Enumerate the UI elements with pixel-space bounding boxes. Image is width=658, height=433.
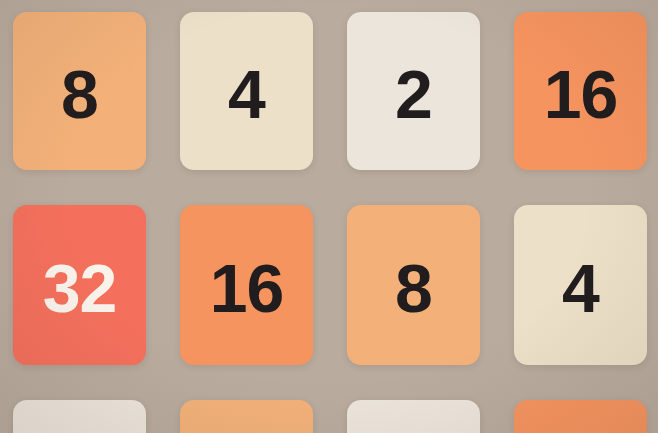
tile-r1c4: 16 bbox=[514, 12, 647, 170]
game-screen: 8 4 2 16 32 16 8 4 bbox=[0, 0, 658, 433]
tile-value: 4 bbox=[228, 60, 265, 128]
tile-r2c1: 32 bbox=[13, 205, 146, 365]
tile-value: 16 bbox=[210, 254, 284, 322]
2048-board[interactable]: 8 4 2 16 32 16 8 4 bbox=[13, 12, 647, 433]
tile-value: 32 bbox=[43, 254, 117, 322]
tile-value: 2 bbox=[395, 60, 432, 128]
tile-r3c4 bbox=[514, 400, 647, 433]
tile-r1c3: 2 bbox=[347, 12, 480, 170]
tile-r2c2: 16 bbox=[180, 205, 313, 365]
tile-r3c2 bbox=[180, 400, 313, 433]
tile-r1c1: 8 bbox=[13, 12, 146, 170]
tile-r3c1 bbox=[13, 400, 146, 433]
tile-r1c2: 4 bbox=[180, 12, 313, 170]
tile-value: 8 bbox=[61, 60, 98, 128]
tile-value: 16 bbox=[544, 60, 618, 128]
tile-value: 4 bbox=[562, 254, 599, 322]
tile-r3c3 bbox=[347, 400, 480, 433]
tile-r2c4: 4 bbox=[514, 205, 647, 365]
tile-value: 8 bbox=[395, 254, 432, 322]
tile-r2c3: 8 bbox=[347, 205, 480, 365]
